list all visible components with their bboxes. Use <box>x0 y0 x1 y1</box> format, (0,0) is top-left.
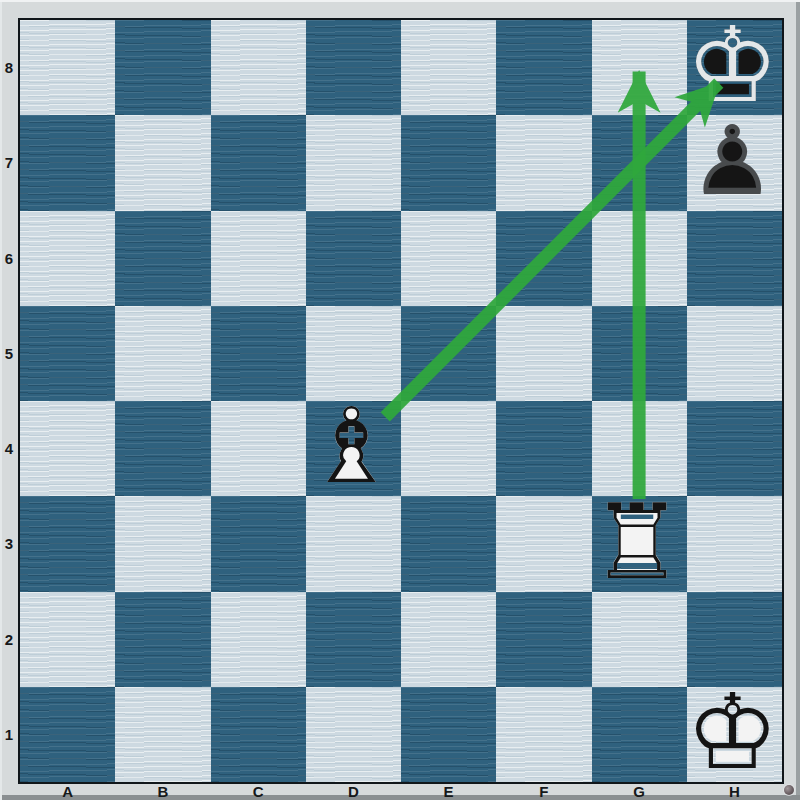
square-f6[interactable] <box>496 211 591 306</box>
square-f1[interactable] <box>496 687 591 782</box>
board-frame: 87654321 ABCDEFGH ♚♔♟♙♝♗♜♖♚♔ <box>0 0 800 800</box>
square-f4[interactable] <box>496 401 591 496</box>
piece-black-pawn-h7[interactable]: ♟♙ <box>685 113 780 208</box>
square-e6[interactable] <box>401 211 496 306</box>
piece-white-king-h1[interactable]: ♚♔ <box>685 685 780 780</box>
rank-label-5: 5 <box>0 306 18 401</box>
square-e5[interactable] <box>401 306 496 401</box>
file-label-c: C <box>211 783 306 800</box>
white-rook-outline: ♖ <box>590 494 685 589</box>
square-b5[interactable] <box>115 306 210 401</box>
file-label-a: A <box>20 783 115 800</box>
rank-label-7: 7 <box>0 115 18 210</box>
square-e2[interactable] <box>401 592 496 687</box>
square-a7[interactable] <box>20 115 115 210</box>
piece-white-rook-g3[interactable]: ♜♖ <box>590 494 685 589</box>
square-c3[interactable] <box>211 496 306 591</box>
file-label-f: F <box>496 783 591 800</box>
file-label-b: B <box>115 783 210 800</box>
square-f2[interactable] <box>496 592 591 687</box>
square-a4[interactable] <box>20 401 115 496</box>
square-d8[interactable] <box>306 20 401 115</box>
corner-dot <box>784 785 794 795</box>
piece-white-bishop-d4[interactable]: ♝♗ <box>304 399 399 494</box>
file-label-e: E <box>401 783 496 800</box>
square-a2[interactable] <box>20 592 115 687</box>
square-a8[interactable] <box>20 20 115 115</box>
square-e3[interactable] <box>401 496 496 591</box>
square-c6[interactable] <box>211 211 306 306</box>
square-b1[interactable] <box>115 687 210 782</box>
rank-label-2: 2 <box>0 592 18 687</box>
square-b6[interactable] <box>115 211 210 306</box>
square-c7[interactable] <box>211 115 306 210</box>
square-g6[interactable] <box>592 211 687 306</box>
square-h6[interactable] <box>687 211 782 306</box>
square-h3[interactable] <box>687 496 782 591</box>
rank-label-4: 4 <box>0 401 18 496</box>
square-g2[interactable] <box>592 592 687 687</box>
file-label-d: D <box>306 783 401 800</box>
square-b7[interactable] <box>115 115 210 210</box>
square-b2[interactable] <box>115 592 210 687</box>
rank-label-8: 8 <box>0 20 18 115</box>
file-label-g: G <box>592 783 687 800</box>
square-e4[interactable] <box>401 401 496 496</box>
square-b4[interactable] <box>115 401 210 496</box>
square-b8[interactable] <box>115 20 210 115</box>
rank-labels: 87654321 <box>0 20 18 782</box>
square-a3[interactable] <box>20 496 115 591</box>
square-g8[interactable] <box>592 20 687 115</box>
square-d7[interactable] <box>306 115 401 210</box>
square-d2[interactable] <box>306 592 401 687</box>
white-king-outline: ♔ <box>685 685 780 780</box>
square-g5[interactable] <box>592 306 687 401</box>
square-a5[interactable] <box>20 306 115 401</box>
square-e1[interactable] <box>401 687 496 782</box>
black-king-outline: ♔ <box>685 18 780 113</box>
square-c8[interactable] <box>211 20 306 115</box>
file-labels: ABCDEFGH <box>20 783 782 797</box>
square-f3[interactable] <box>496 496 591 591</box>
rank-label-3: 3 <box>0 496 18 591</box>
square-c5[interactable] <box>211 306 306 401</box>
square-g7[interactable] <box>592 115 687 210</box>
square-e7[interactable] <box>401 115 496 210</box>
square-h4[interactable] <box>687 401 782 496</box>
square-d3[interactable] <box>306 496 401 591</box>
piece-black-king-h8[interactable]: ♚♔ <box>685 18 780 113</box>
square-f5[interactable] <box>496 306 591 401</box>
square-c4[interactable] <box>211 401 306 496</box>
square-c2[interactable] <box>211 592 306 687</box>
square-c1[interactable] <box>211 687 306 782</box>
square-f7[interactable] <box>496 115 591 210</box>
square-d6[interactable] <box>306 211 401 306</box>
square-b3[interactable] <box>115 496 210 591</box>
chess-board <box>18 18 784 784</box>
square-a6[interactable] <box>20 211 115 306</box>
rank-label-1: 1 <box>0 687 18 782</box>
square-d1[interactable] <box>306 687 401 782</box>
square-g1[interactable] <box>592 687 687 782</box>
white-bishop-outline: ♗ <box>304 399 399 494</box>
rank-label-6: 6 <box>0 211 18 306</box>
black-pawn-outline: ♙ <box>685 113 780 208</box>
square-h5[interactable] <box>687 306 782 401</box>
square-a1[interactable] <box>20 687 115 782</box>
square-e8[interactable] <box>401 20 496 115</box>
square-f8[interactable] <box>496 20 591 115</box>
